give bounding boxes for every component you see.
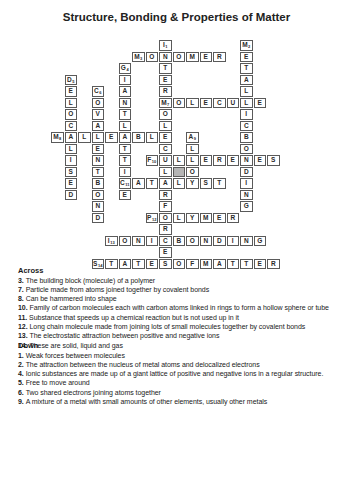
cell-letter: F [147,157,151,164]
clue-text: Family of carbon molecules each with car… [29,304,328,311]
grid-cell: O [159,213,172,224]
clue-text: Substance that speeds up a chemical reac… [29,314,239,321]
cell-letter: R [217,54,222,61]
grid-cell: L [186,155,199,166]
cell-letter: I [124,77,126,84]
cell-letter: S [204,180,208,187]
clue-number: 10 [152,160,156,164]
cell-letter: M [53,134,58,141]
grid-cell: E [105,132,118,143]
cell-letter: B [244,134,249,141]
cell-letter: A [244,77,249,84]
clue: 8. Can be hammered into shape [18,294,329,303]
clue-text: Ionic substances are made up of a giant … [26,370,324,377]
cell-letter: E [96,146,100,153]
grid-cell: O [186,236,199,247]
grid-cell: T [240,63,253,74]
cell-letter: G [257,238,262,245]
cell-letter: R [163,88,168,95]
grid-cell: O [92,98,105,109]
cell-letter: C [120,180,125,187]
cell-letter: O [163,111,168,118]
cell-letter: E [204,157,208,164]
grid-cell: A [240,75,253,86]
cell-letter: T [150,180,154,187]
grid-cell: N [200,236,213,247]
cell-letter: I [124,169,126,176]
grid-cell: E [159,132,172,143]
cell-letter: E [163,249,167,256]
grid-cell: O [119,236,132,247]
cell-letter: V [96,111,100,118]
grid-cell: T [119,144,132,155]
grid-cell: E [213,213,226,224]
grid-cell: R [213,52,226,63]
clue-number: 3 [140,56,142,60]
cell-letter: O [190,169,195,176]
cell-letter: I [245,180,247,187]
cell-letter: B [176,238,181,245]
clue-number: 11 [125,183,129,187]
cell-letter: L [163,169,167,176]
clue-list-number: 9. [18,398,26,405]
grid-cell: S [200,178,213,189]
across-clue-list: 3. The building block (molecule) of a po… [18,276,329,350]
cell-letter: L [69,100,73,107]
cell-letter: T [123,111,127,118]
grid-cell: I [240,178,253,189]
cell-letter: A [136,180,141,187]
grid-cell: L [159,167,172,178]
grid-cell: U [227,98,240,109]
grid-cell: D [213,236,226,247]
cell-letter: D [68,192,73,199]
cell-letter: L [190,146,194,153]
down-header: Down [18,341,323,351]
cell-letter: B [136,134,141,141]
grid-cell: T [213,178,226,189]
grid-cell: D5 [65,75,78,86]
grid-cell: B [132,132,145,143]
clue-text: The attraction between the nucleus of me… [26,361,260,368]
cell-letter: N [244,157,249,164]
grid-cell: M [200,213,213,224]
clue: 3. The building block (molecule) of a po… [18,276,329,285]
cell-letter: L [177,215,181,222]
cell-letter: Y [190,180,194,187]
clue: 1. Weak forces between molecules [18,351,323,360]
clue: 7. Particle made from atoms joined toget… [18,285,329,294]
down-section: Down 1. Weak forces between molecules2. … [18,341,323,406]
cell-letter: C [163,238,168,245]
grid-cell: O [159,109,172,120]
clue-number: 8 [59,137,61,141]
cell-letter: N [136,238,141,245]
grid-cell: M2 [240,40,253,51]
clue-text: Two shared electrons joining atoms toget… [26,389,161,396]
grid-cell: L [119,121,132,132]
grid-cell: C [159,144,172,155]
cell-letter: Y [190,215,194,222]
cell-letter: S [69,169,73,176]
cell-letter: T [163,65,167,72]
grid-cell: S [65,167,78,178]
cell-letter: E [258,157,262,164]
cell-letter: L [69,146,73,153]
cell-letter: D [95,215,100,222]
cell-letter: N [244,192,249,199]
grid-cell: I [146,236,159,247]
cell-letter: E [123,192,127,199]
cell-letter: I [70,157,72,164]
grid-cell: E [254,98,267,109]
cell-letter: M [161,100,166,107]
clue: 12. Long chain molecule made from joinin… [18,322,329,331]
cell-letter: L [244,100,248,107]
grid-cell: E [92,144,105,155]
clue-number: 1 [165,45,167,49]
cell-letter: U [230,100,235,107]
cell-letter: O [163,215,168,222]
grid-cell: O [146,52,159,63]
cell-letter: C [217,100,222,107]
grid-cell: L [173,178,186,189]
grid-cell: C [240,121,253,132]
grid-cell: F10 [146,155,159,166]
cell-letter: T [123,157,127,164]
cell-letter: D [67,77,72,84]
clue: 2. The attraction between the nucleus of… [18,360,323,369]
clue: 6. Two shared electrons joining atoms to… [18,388,323,397]
grid-cell: A [119,132,132,143]
clue-list-number: 11. [18,314,29,321]
cell-letter: N [95,203,100,210]
cell-letter: T [244,65,248,72]
cell-letter: E [244,54,248,61]
grid-cell: I [227,236,240,247]
grid-cell: I [119,167,132,178]
grid-cell: C6 [92,86,105,97]
cell-letter: U [163,157,168,164]
cell-letter: A [163,180,168,187]
grid-cell: E [119,190,132,201]
cell-letter: I [151,238,153,245]
grid-cell: R [213,155,226,166]
grid-cell: D [65,190,78,201]
grid-cell: N [132,236,145,247]
grid-cell: C [159,236,172,247]
cell-letter: M [134,54,139,61]
clue-text: The electrostatic attraction between pos… [29,332,219,339]
cell-letter: A [122,88,127,95]
grid-cell: E [240,52,253,63]
grid-cell: R [159,224,172,235]
grid-cell: I [240,109,253,120]
across-section: Across 3. The building block (molecule) … [18,266,329,350]
grid-cell: B [240,132,253,143]
grid-cell: Y [186,178,199,189]
grid-cell: E [254,155,267,166]
clue-text: Long chain molecule made from joining lo… [29,323,305,330]
across-header: Across [18,266,329,276]
grid-cell: O [173,52,186,63]
cell-letter: N [163,54,168,61]
grid-cell: L [146,132,159,143]
cell-letter: P [147,215,151,222]
grid-cell: T [119,109,132,120]
grid-cell: L [173,213,186,224]
cell-letter: N [244,238,249,245]
grid-cell: E [65,178,78,189]
grid-cell: L [240,98,253,109]
grid-cell: D [240,167,253,178]
grid-cell: Y [186,213,199,224]
cell-letter: O [149,54,154,61]
cell-letter: D [217,238,222,245]
grid-cell: N [240,155,253,166]
grid-cell: E [65,86,78,97]
cell-letter: M [190,54,195,61]
cell-letter: N [95,157,100,164]
grid-cell: O [65,109,78,120]
grid-cell: C11 [119,178,132,189]
cell-letter: E [109,134,113,141]
cell-letter: L [177,180,181,187]
clue-list-number: 3. [18,277,26,284]
grid-cell: R [227,213,240,224]
cell-letter: O [95,192,100,199]
grid-cell: A [159,178,172,189]
grid-cell: N [92,201,105,212]
clue-list-number: 4. [18,370,26,377]
grid-cell: B [92,178,105,189]
clue-list-number: 2. [18,361,26,368]
cell-letter: I [245,111,247,118]
cell-letter: M [203,215,208,222]
grid-cell: C [213,98,226,109]
clue-number: 2 [248,45,250,49]
grid-cell: E [200,52,213,63]
grid-cell: N [92,155,105,166]
clue: 9. A mixture of a metal with small amoun… [18,397,323,406]
cell-letter: E [163,134,167,141]
clue-number: 6 [99,91,101,95]
clue-list-number: 12. [18,323,29,330]
cell-letter: A [189,134,194,141]
clue-number: 9 [194,137,196,141]
grid-cell: T [92,167,105,178]
cell-letter: D [244,169,249,176]
grid-cell: E [159,75,172,86]
grid-cell: E [200,155,213,166]
clue: 10. Family of carbon molecules each with… [18,303,329,312]
grid-cell: R [159,86,172,97]
cell-letter: S [271,157,275,164]
cell-letter: I [232,238,234,245]
cell-letter: R [217,157,222,164]
grid-cell: A [119,86,132,97]
grid-cell: T [159,63,172,74]
cell-letter: G [121,65,126,72]
cell-letter: L [96,134,100,141]
grid-cell: V [92,109,105,120]
grid-cell: O [92,190,105,201]
clue-text: A mixture of a metal with small amounts … [26,398,268,405]
clue: 13. The electrostatic attraction between… [18,331,329,340]
grid-cell: M3 [132,52,145,63]
cell-letter: C [244,123,249,130]
cell-letter: O [95,100,100,107]
grid-cell: A [132,178,145,189]
clue-text: The building block (molecule) of a polym… [26,277,155,284]
page-title: Structure, Bonding & Properties of Matte… [0,11,353,23]
cell-letter: L [150,134,154,141]
grid-cell: P12 [146,213,159,224]
grid-cell: L [78,132,91,143]
clue: 5. Free to move around [18,378,323,387]
cell-letter: L [82,134,86,141]
cell-letter: L [244,88,248,95]
cell-letter: T [123,146,127,153]
cell-letter: R [163,192,168,199]
grid-cell: R [159,190,172,201]
grid-cell: L [159,121,172,132]
grid-cell: M8 [51,132,64,143]
cell-letter: E [217,215,221,222]
grid-cell: E [159,247,172,258]
grid-cell: I1 [159,40,172,51]
grid-cell: L [186,144,199,155]
grid-cell: C [65,121,78,132]
clue-text: Free to move around [26,379,90,386]
grid-cell: A [65,132,78,143]
cell-letter: L [123,123,127,130]
cell-letter: C [94,88,99,95]
grid-cell: M [186,52,199,63]
grid-cell: G [254,236,267,247]
clue-number: 12 [152,217,156,221]
cell-letter: L [177,157,181,164]
cell-letter: O [122,238,127,245]
cell-letter: T [96,169,100,176]
cell-letter: L [163,123,167,130]
clue-list-number: 5. [18,379,26,386]
grid-cell: A [92,121,105,132]
grid-cell: L [173,155,186,166]
clue-text: Can be hammered into shape [26,295,117,302]
clue-list-number: 13. [18,332,29,339]
cell-letter: O [244,146,249,153]
clue-list-number: 7. [18,286,26,293]
clue-number: 5 [72,79,74,83]
cell-letter: E [231,157,235,164]
cell-letter: O [68,111,73,118]
grid-cell: F [159,201,172,212]
cell-letter: L [190,157,194,164]
grid-cell: L [240,86,253,97]
down-clue-list: 1. Weak forces between molecules2. The a… [18,351,323,407]
grid-cell: L [65,98,78,109]
cell-letter: E [69,180,73,187]
grid-cell: L [186,98,199,109]
crossword-grid: I1M2M3ONOMEREG4TTD5IEAEC6ARLLONM7OLECULE… [51,40,280,269]
grid-cell: N [240,190,253,201]
cell-letter: A [68,134,73,141]
cell-letter: O [176,54,181,61]
grid-cell: L [92,132,105,143]
cell-letter: A [95,123,100,130]
clue-list-number: 1. [18,352,26,359]
cell-letter: E [258,100,262,107]
clue: 4. Ionic substances are made up of a gia… [18,369,323,378]
grid-cell: T [146,178,159,189]
grid-cell: O [240,144,253,155]
grid-cell: L [65,144,78,155]
grid-cell: T [119,155,132,166]
clue-number: 13 [110,240,114,244]
clue-number: 7 [167,102,169,106]
cell-letter: E [69,88,73,95]
grid-cell: I [119,75,132,86]
grid-cell: M7 [159,98,172,109]
grid-cell: I [65,155,78,166]
grid-cell: B [173,236,186,247]
cell-letter: N [122,100,127,107]
clue-list-number: 8. [18,295,26,302]
grid-cell: O [186,167,199,178]
cell-letter: B [95,180,100,187]
cell-letter: A [122,134,127,141]
grid-cell: I13 [105,236,118,247]
grid-cell: S [267,155,280,166]
cell-letter: N [203,238,208,245]
grid-cell: N [159,52,172,63]
clue-list-number: 6. [18,389,26,396]
cell-letter: F [163,203,167,210]
grid-cell: N [119,98,132,109]
grid-cell: A9 [186,132,199,143]
grid-cell: U [159,155,172,166]
cell-letter: E [204,100,208,107]
cell-letter: T [217,180,221,187]
grid-cell: O [173,98,186,109]
cell-letter: O [190,238,195,245]
clue-text: Particle made from atoms joined together… [26,286,209,293]
cell-letter: E [163,77,167,84]
grid-cell: G [240,201,253,212]
cell-letter: O [176,100,181,107]
clue: 11. Substance that speeds up a chemical … [18,313,329,322]
clue-text: Weak forces between molecules [26,352,125,359]
cell-letter: C [163,146,168,153]
cell-letter: C [68,123,73,130]
cell-letter: L [190,100,194,107]
grid-cell: E [227,155,240,166]
cell-letter: R [230,215,235,222]
grid-cell: E [200,98,213,109]
grid-cell: N [240,236,253,247]
grid-cell: D [92,213,105,224]
cell-letter: M [242,42,247,49]
blocked-cell [173,167,186,178]
grid-cell: G4 [119,63,132,74]
cell-letter: R [163,226,168,233]
cell-letter: E [204,54,208,61]
cell-letter: G [244,203,249,210]
clue-list-number: 10. [18,304,29,311]
clue-number: 4 [126,68,128,72]
